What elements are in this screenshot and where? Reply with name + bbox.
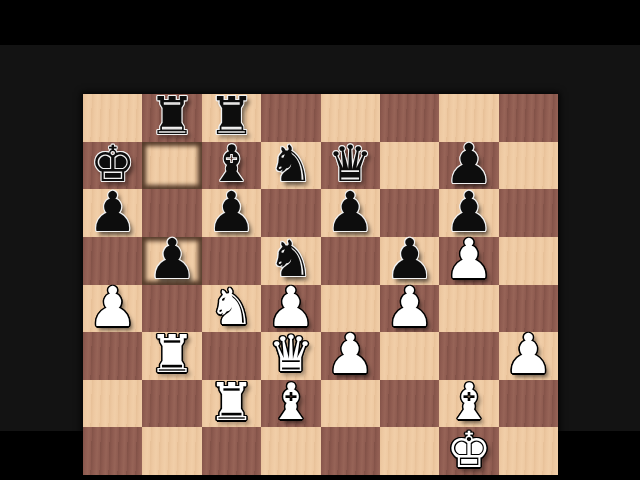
- square-b4[interactable]: [142, 285, 201, 333]
- square-a8[interactable]: [83, 94, 142, 142]
- square-c4[interactable]: ♞: [202, 285, 261, 333]
- piece-black-pawn-e6: ♟: [326, 189, 375, 236]
- piece-black-rook-c8: ♜: [208, 93, 255, 140]
- square-a5[interactable]: [83, 237, 142, 285]
- square-g7[interactable]: ♟: [439, 142, 498, 190]
- square-e4[interactable]: [321, 285, 380, 333]
- square-c6[interactable]: ♟: [202, 189, 261, 237]
- piece-black-pawn-c6: ♟: [207, 189, 256, 236]
- square-d4[interactable]: ♟: [261, 285, 320, 333]
- square-g2[interactable]: ♝: [439, 380, 498, 428]
- square-a2[interactable]: [83, 380, 142, 428]
- piece-black-knight-d5: ♞: [268, 236, 313, 283]
- piece-white-rook-b3: ♜: [149, 331, 196, 378]
- piece-black-bishop-c7: ♝: [209, 141, 254, 188]
- square-d1[interactable]: [261, 427, 320, 475]
- square-e1[interactable]: [321, 427, 380, 475]
- square-g5[interactable]: ♟: [439, 237, 498, 285]
- piece-white-bishop-g2: ♝: [447, 379, 492, 426]
- square-h5[interactable]: [499, 237, 558, 285]
- square-b8[interactable]: ♜: [142, 94, 201, 142]
- piece-white-knight-c4: ♞: [209, 284, 254, 331]
- square-f1[interactable]: [380, 427, 439, 475]
- square-e2[interactable]: [321, 380, 380, 428]
- square-h4[interactable]: [499, 285, 558, 333]
- piece-black-pawn-b5: ♟: [147, 236, 196, 283]
- video-frame: ♜♜♚♝♞♛♟♟♟♟♟♟♞♟♟♟♞♟♟♜♛♟♟♜♝♝♚: [0, 45, 640, 431]
- square-f5[interactable]: ♟: [380, 237, 439, 285]
- piece-white-pawn-h3: ♟: [504, 331, 553, 378]
- piece-white-pawn-e3: ♟: [326, 331, 375, 378]
- square-b2[interactable]: [142, 380, 201, 428]
- square-b3[interactable]: ♜: [142, 332, 201, 380]
- square-g8[interactable]: [439, 94, 498, 142]
- square-c2[interactable]: ♜: [202, 380, 261, 428]
- square-d7[interactable]: ♞: [261, 142, 320, 190]
- square-f7[interactable]: [380, 142, 439, 190]
- piece-black-pawn-a6: ♟: [88, 189, 137, 236]
- square-e8[interactable]: [321, 94, 380, 142]
- piece-white-queen-d3: ♛: [268, 331, 313, 378]
- square-a6[interactable]: ♟: [83, 189, 142, 237]
- square-d6[interactable]: [261, 189, 320, 237]
- square-h8[interactable]: [499, 94, 558, 142]
- square-a4[interactable]: ♟: [83, 285, 142, 333]
- piece-black-knight-d7: ♞: [268, 141, 313, 188]
- piece-black-pawn-g7: ♟: [444, 141, 493, 188]
- square-g6[interactable]: ♟: [439, 189, 498, 237]
- piece-white-pawn-g5: ♟: [444, 236, 493, 283]
- square-e6[interactable]: ♟: [321, 189, 380, 237]
- square-b5[interactable]: ♟: [142, 237, 201, 285]
- piece-black-king-a7: ♚: [90, 141, 135, 188]
- square-d8[interactable]: [261, 94, 320, 142]
- square-e5[interactable]: [321, 237, 380, 285]
- square-f2[interactable]: [380, 380, 439, 428]
- square-c7[interactable]: ♝: [202, 142, 261, 190]
- piece-white-pawn-a4: ♟: [88, 284, 137, 331]
- square-f8[interactable]: [380, 94, 439, 142]
- piece-black-rook-b8: ♜: [149, 93, 196, 140]
- square-d2[interactable]: ♝: [261, 380, 320, 428]
- square-d3[interactable]: ♛: [261, 332, 320, 380]
- square-e7[interactable]: ♛: [321, 142, 380, 190]
- square-h3[interactable]: ♟: [499, 332, 558, 380]
- square-h2[interactable]: [499, 380, 558, 428]
- square-b7[interactable]: [142, 142, 201, 190]
- piece-black-pawn-f5: ♟: [385, 236, 434, 283]
- square-a7[interactable]: ♚: [83, 142, 142, 190]
- square-c3[interactable]: [202, 332, 261, 380]
- square-e3[interactable]: ♟: [321, 332, 380, 380]
- square-f3[interactable]: [380, 332, 439, 380]
- square-h7[interactable]: [499, 142, 558, 190]
- piece-white-bishop-d2: ♝: [268, 379, 313, 426]
- square-a1[interactable]: [83, 427, 142, 475]
- piece-white-pawn-f4: ♟: [385, 284, 434, 331]
- piece-white-rook-c2: ♜: [208, 379, 255, 426]
- square-f4[interactable]: ♟: [380, 285, 439, 333]
- square-f6[interactable]: [380, 189, 439, 237]
- square-g3[interactable]: [439, 332, 498, 380]
- square-g4[interactable]: [439, 285, 498, 333]
- piece-black-queen-e7: ♛: [328, 141, 373, 188]
- chess-board: ♜♜♚♝♞♛♟♟♟♟♟♟♞♟♟♟♞♟♟♜♛♟♟♜♝♝♚: [83, 94, 558, 475]
- letterbox-background: ♜♜♚♝♞♛♟♟♟♟♟♟♞♟♟♟♞♟♟♜♛♟♟♜♝♝♚: [0, 0, 640, 480]
- square-h6[interactable]: [499, 189, 558, 237]
- square-d5[interactable]: ♞: [261, 237, 320, 285]
- piece-white-king-g1: ♚: [447, 427, 492, 474]
- piece-white-pawn-d4: ♟: [266, 284, 315, 331]
- square-a3[interactable]: [83, 332, 142, 380]
- square-b1[interactable]: [142, 427, 201, 475]
- square-c1[interactable]: [202, 427, 261, 475]
- square-g1[interactable]: ♚: [439, 427, 498, 475]
- square-c5[interactable]: [202, 237, 261, 285]
- piece-black-pawn-g6: ♟: [444, 189, 493, 236]
- square-b6[interactable]: [142, 189, 201, 237]
- square-h1[interactable]: [499, 427, 558, 475]
- square-c8[interactable]: ♜: [202, 94, 261, 142]
